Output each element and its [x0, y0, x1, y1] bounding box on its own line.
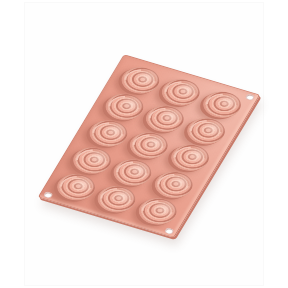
photo-background	[0, 0, 288, 288]
rose-cavity	[83, 117, 132, 151]
rose-cavity	[108, 155, 157, 189]
hanging-hole-left	[42, 191, 53, 199]
rose-cavity	[165, 141, 214, 175]
rose-cavity	[133, 194, 182, 228]
rose-cavity	[197, 88, 246, 122]
rose-cavity	[149, 168, 198, 202]
rose-cavity	[124, 129, 173, 163]
rose-cavity	[51, 170, 100, 204]
hanging-hole-bottom	[163, 227, 174, 235]
rose-cavity	[67, 143, 116, 177]
rose-cavity	[92, 182, 141, 216]
rose-cavity	[115, 63, 164, 97]
